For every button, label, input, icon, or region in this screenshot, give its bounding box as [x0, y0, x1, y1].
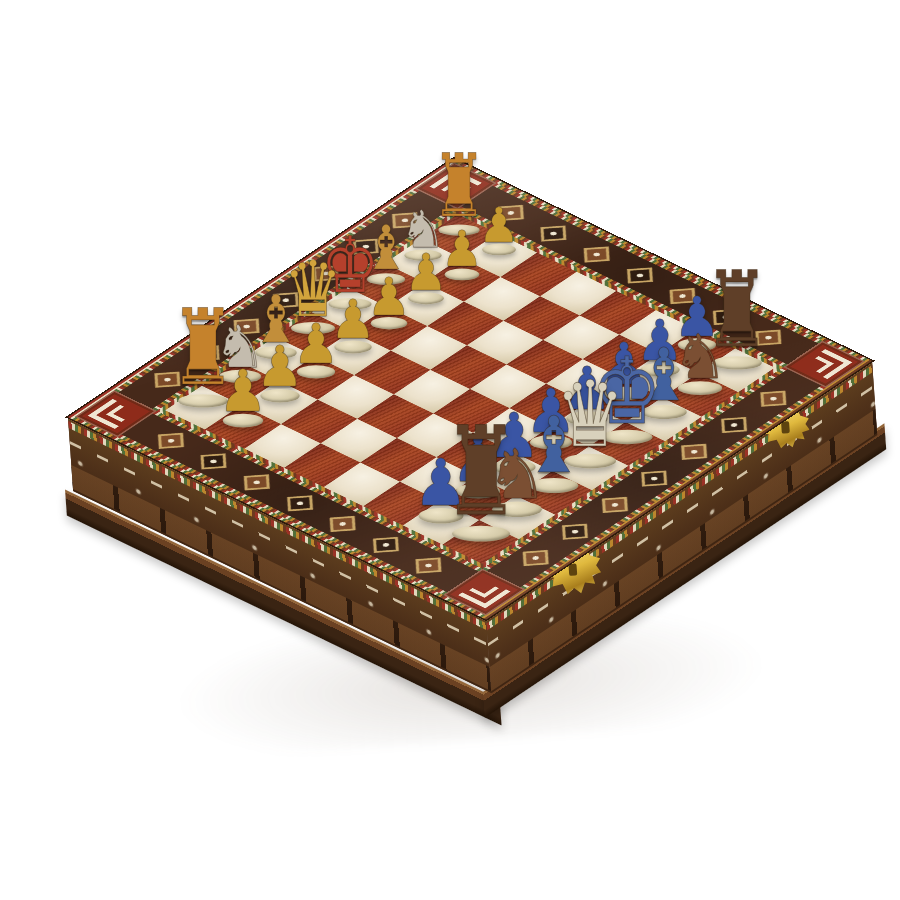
chess-box [0, 0, 900, 900]
diamond-medallion [681, 444, 707, 460]
diamond-medallion [233, 318, 259, 334]
diamond-medallion [193, 345, 219, 361]
diamond-medallion [313, 265, 339, 281]
diamond-medallion [713, 309, 739, 325]
product-photo: ♜♟♟♜♞♟♟♞♝♟♟♝♚♟♟♚♛♟♟♛♝♟♟♝♞♟♟♞♜♟♟♜ [0, 0, 900, 900]
diamond-medallion [641, 470, 667, 486]
diamond-medallion [330, 516, 356, 532]
diamond-medallion [416, 557, 442, 573]
diamond-medallion [352, 239, 378, 255]
diamond-medallion [273, 292, 299, 308]
diamond-medallion [627, 267, 653, 283]
diamond-medallion [760, 390, 786, 406]
diamond-medallion [522, 550, 548, 566]
diamond-medallion [601, 497, 627, 513]
diamond-medallion [584, 246, 610, 262]
diamond-medallion [244, 474, 270, 490]
diamond-medallion [158, 432, 184, 448]
diamond-medallion [670, 288, 696, 304]
diamond-medallion [541, 225, 567, 241]
diamond-medallion [392, 212, 418, 228]
diamond-medallion [201, 453, 227, 469]
diamond-medallion [154, 372, 180, 388]
diamond-medallion [756, 330, 782, 346]
diamond-medallion [287, 495, 313, 511]
diamond-medallion [498, 205, 524, 221]
diamond-medallion [562, 523, 588, 539]
diamond-medallion [721, 417, 747, 433]
diamond-medallion [373, 537, 399, 553]
